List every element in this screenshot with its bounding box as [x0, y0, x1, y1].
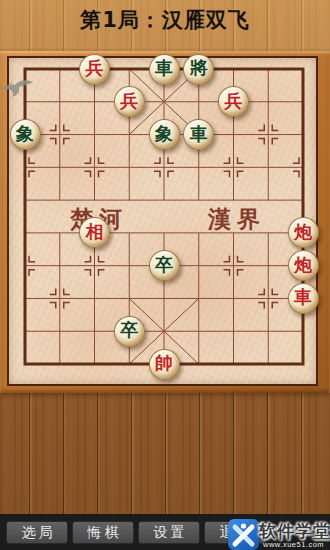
piece-label: 車 — [155, 59, 173, 77]
piece-black-卒[interactable]: 卒 — [149, 250, 180, 281]
piece-red-炮[interactable]: 炮 — [288, 217, 319, 248]
piece-black-將[interactable]: 將 — [183, 54, 214, 85]
board-grid — [0, 51, 330, 393]
title-bar: 第1局：汉雁双飞 — [0, 0, 330, 51]
piece-label: 車 — [190, 125, 208, 143]
piece-label: 卒 — [155, 256, 173, 274]
watermark-url: www.xue51.com — [263, 540, 324, 549]
page-title: 第1局：汉雁双飞 — [80, 6, 250, 34]
piece-black-卒[interactable]: 卒 — [114, 316, 145, 347]
piece-red-兵[interactable]: 兵 — [114, 86, 145, 117]
piece-black-車[interactable]: 車 — [149, 54, 180, 85]
piece-label: 相 — [86, 223, 104, 241]
settings-button[interactable]: 设置 — [138, 521, 200, 544]
watermark: 软件学堂 www.xue51.com — [225, 515, 330, 550]
select-game-button[interactable]: 选局 — [6, 521, 68, 544]
piece-label: 卒 — [120, 321, 138, 339]
piece-label: 兵 — [225, 92, 243, 110]
piece-label: 炮 — [294, 223, 312, 241]
piece-label: 兵 — [120, 92, 138, 110]
piece-red-帥[interactable]: 帥 — [149, 349, 180, 380]
piece-label: 車 — [294, 288, 312, 306]
river-label-right: 漢界 — [208, 204, 266, 235]
piece-black-象[interactable]: 象 — [10, 119, 41, 150]
piece-label: 兵 — [86, 59, 104, 77]
piece-label: 象 — [16, 125, 34, 143]
xue51-logo-icon — [228, 519, 259, 550]
piece-black-象[interactable]: 象 — [149, 119, 180, 150]
piece-red-兵[interactable]: 兵 — [79, 54, 110, 85]
piece-red-車[interactable]: 車 — [288, 283, 319, 314]
piece-label: 象 — [155, 125, 173, 143]
piece-label: 炮 — [294, 256, 312, 274]
piece-red-炮[interactable]: 炮 — [288, 250, 319, 281]
piece-label: 帥 — [155, 354, 173, 372]
piece-label: 將 — [190, 59, 208, 77]
undo-move-button[interactable]: 悔棋 — [72, 521, 134, 544]
bird-decoration-icon — [1, 77, 35, 99]
